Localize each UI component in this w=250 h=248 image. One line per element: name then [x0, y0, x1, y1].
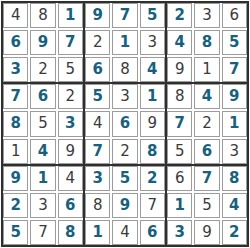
cell-r8c6[interactable]: 7 — [140, 193, 165, 218]
cell-r2c8[interactable]: 8 — [194, 30, 219, 55]
cell-r9c2[interactable]: 7 — [30, 220, 55, 245]
cell-r1c7[interactable]: 2 — [167, 3, 192, 28]
cell-r8c9[interactable]: 4 — [222, 193, 247, 218]
cell-r5c8[interactable]: 2 — [194, 111, 219, 136]
cell-r3c7[interactable]: 9 — [167, 57, 192, 82]
cell-r1c5[interactable]: 7 — [112, 3, 137, 28]
cell-r9c3[interactable]: 8 — [58, 220, 83, 245]
sudoku-box-6: 849721563 — [167, 84, 247, 163]
sudoku-board: 4816973259752136842364859177628531495314… — [1, 1, 249, 247]
cell-r9c8[interactable]: 9 — [194, 220, 219, 245]
cell-r2c1[interactable]: 6 — [3, 30, 28, 55]
cell-r2c4[interactable]: 2 — [85, 30, 110, 55]
cell-r9c1[interactable]: 5 — [3, 220, 28, 245]
cell-r5c4[interactable]: 4 — [85, 111, 110, 136]
cell-r7c8[interactable]: 7 — [194, 166, 219, 191]
cell-r8c5[interactable]: 9 — [112, 193, 137, 218]
cell-r5c6[interactable]: 9 — [140, 111, 165, 136]
cell-r7c7[interactable]: 6 — [167, 166, 192, 191]
cell-r3c9[interactable]: 7 — [222, 57, 247, 82]
cell-r4c3[interactable]: 2 — [58, 84, 83, 109]
cell-r3c1[interactable]: 3 — [3, 57, 28, 82]
sudoku-box-1: 481697325 — [3, 3, 83, 82]
cell-r3c6[interactable]: 4 — [140, 57, 165, 82]
cell-r1c3[interactable]: 1 — [58, 3, 83, 28]
cell-r8c2[interactable]: 3 — [30, 193, 55, 218]
cell-r6c9[interactable]: 3 — [222, 139, 247, 164]
cell-r1c1[interactable]: 4 — [3, 3, 28, 28]
cell-r3c2[interactable]: 2 — [30, 57, 55, 82]
cell-r4c5[interactable]: 3 — [112, 84, 137, 109]
cell-r8c7[interactable]: 1 — [167, 193, 192, 218]
sudoku-box-2: 975213684 — [85, 3, 165, 82]
cell-r7c2[interactable]: 1 — [30, 166, 55, 191]
cell-r2c9[interactable]: 5 — [222, 30, 247, 55]
cell-r6c2[interactable]: 4 — [30, 139, 55, 164]
cell-r2c5[interactable]: 1 — [112, 30, 137, 55]
cell-r7c5[interactable]: 5 — [112, 166, 137, 191]
cell-r6c7[interactable]: 5 — [167, 139, 192, 164]
cell-r4c9[interactable]: 9 — [222, 84, 247, 109]
cell-r1c2[interactable]: 8 — [30, 3, 55, 28]
cell-r6c8[interactable]: 6 — [194, 139, 219, 164]
cell-r3c3[interactable]: 5 — [58, 57, 83, 82]
cell-r9c4[interactable]: 1 — [85, 220, 110, 245]
cell-r1c8[interactable]: 3 — [194, 3, 219, 28]
cell-r2c7[interactable]: 4 — [167, 30, 192, 55]
cell-r3c5[interactable]: 8 — [112, 57, 137, 82]
cell-r8c8[interactable]: 5 — [194, 193, 219, 218]
cell-r7c4[interactable]: 3 — [85, 166, 110, 191]
cell-r5c5[interactable]: 6 — [112, 111, 137, 136]
sudoku-box-7: 914236578 — [3, 166, 83, 245]
cell-r8c4[interactable]: 8 — [85, 193, 110, 218]
cell-r4c7[interactable]: 8 — [167, 84, 192, 109]
cell-r5c2[interactable]: 5 — [30, 111, 55, 136]
cell-r6c4[interactable]: 7 — [85, 139, 110, 164]
cell-r7c3[interactable]: 4 — [58, 166, 83, 191]
cell-r9c6[interactable]: 6 — [140, 220, 165, 245]
sudoku-box-9: 678154392 — [167, 166, 247, 245]
cell-r5c1[interactable]: 8 — [3, 111, 28, 136]
cell-r5c7[interactable]: 7 — [167, 111, 192, 136]
cell-r7c6[interactable]: 2 — [140, 166, 165, 191]
cell-r4c4[interactable]: 5 — [85, 84, 110, 109]
cell-r9c5[interactable]: 4 — [112, 220, 137, 245]
cell-r1c6[interactable]: 5 — [140, 3, 165, 28]
cell-r6c1[interactable]: 1 — [3, 139, 28, 164]
sudoku-box-3: 236485917 — [167, 3, 247, 82]
cell-r8c1[interactable]: 2 — [3, 193, 28, 218]
cell-r4c8[interactable]: 4 — [194, 84, 219, 109]
cell-r7c1[interactable]: 9 — [3, 166, 28, 191]
cell-r9c9[interactable]: 2 — [222, 220, 247, 245]
cell-r4c2[interactable]: 6 — [30, 84, 55, 109]
cell-r5c3[interactable]: 3 — [58, 111, 83, 136]
cell-r1c9[interactable]: 6 — [222, 3, 247, 28]
cell-r4c1[interactable]: 7 — [3, 84, 28, 109]
sudoku-box-5: 531469728 — [85, 84, 165, 163]
cell-r6c3[interactable]: 9 — [58, 139, 83, 164]
cell-r3c4[interactable]: 6 — [85, 57, 110, 82]
cell-r8c3[interactable]: 6 — [58, 193, 83, 218]
cell-r7c9[interactable]: 8 — [222, 166, 247, 191]
cell-r3c8[interactable]: 1 — [194, 57, 219, 82]
sudoku-box-8: 352897146 — [85, 166, 165, 245]
cell-r2c2[interactable]: 9 — [30, 30, 55, 55]
cell-r2c3[interactable]: 7 — [58, 30, 83, 55]
cell-r1c4[interactable]: 9 — [85, 3, 110, 28]
cell-r2c6[interactable]: 3 — [140, 30, 165, 55]
cell-r9c7[interactable]: 3 — [167, 220, 192, 245]
sudoku-box-4: 762853149 — [3, 84, 83, 163]
cell-r6c6[interactable]: 8 — [140, 139, 165, 164]
cell-r5c9[interactable]: 1 — [222, 111, 247, 136]
cell-r4c6[interactable]: 1 — [140, 84, 165, 109]
cell-r6c5[interactable]: 2 — [112, 139, 137, 164]
